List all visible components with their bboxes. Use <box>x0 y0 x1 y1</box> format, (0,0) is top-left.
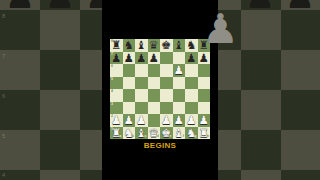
square-h6[interactable] <box>198 64 211 77</box>
square-f1[interactable]: f♝ <box>173 127 186 140</box>
square-d4[interactable] <box>148 89 161 102</box>
black-queen-piece[interactable]: ♛ <box>148 39 161 52</box>
black-bishop-piece[interactable]: ♝ <box>173 39 186 52</box>
white-pawn-piece[interactable]: ♟ <box>135 114 148 127</box>
background-rank-label: 7 <box>2 53 5 59</box>
square-g1[interactable]: g♞ <box>185 127 198 140</box>
square-a2[interactable]: 2♟ <box>110 114 123 127</box>
black-pawn-piece[interactable]: ♟ <box>198 52 211 65</box>
rank-label: 1 <box>111 128 113 132</box>
square-e7[interactable] <box>160 52 173 65</box>
square-f8[interactable]: ♝ <box>173 39 186 52</box>
black-king-piece[interactable]: ♚ <box>160 39 173 52</box>
square-d3[interactable] <box>148 102 161 115</box>
background-pawn-icon: ♟ <box>280 0 320 13</box>
white-pawn-piece[interactable]: ♟ <box>160 114 173 127</box>
black-bishop-piece[interactable]: ♝ <box>135 39 148 52</box>
square-c5[interactable] <box>135 77 148 90</box>
square-h1[interactable]: h♜ <box>198 127 211 140</box>
square-d2[interactable] <box>148 114 161 127</box>
square-d5[interactable] <box>148 77 161 90</box>
square-f6[interactable]: ♟ <box>173 64 186 77</box>
square-b6[interactable] <box>123 64 136 77</box>
rank-label: 2 <box>111 115 113 119</box>
white-pawn-piece[interactable]: ♟ <box>185 114 198 127</box>
file-label: d <box>157 135 159 139</box>
background-pawn-icon: ♟ <box>0 0 40 13</box>
file-label: f <box>183 135 184 139</box>
rank-label: 7 <box>111 53 113 57</box>
square-h7[interactable]: ♟ <box>198 52 211 65</box>
background-pawn-icon: ♟ <box>40 0 80 13</box>
file-label: e <box>170 135 172 139</box>
square-c7[interactable]: ♟ <box>135 52 148 65</box>
black-pawn-piece[interactable]: ♟ <box>185 52 198 65</box>
square-a5[interactable]: 5 <box>110 77 123 90</box>
square-a8[interactable]: 8♜ <box>110 39 123 52</box>
square-f2[interactable]: ♟ <box>173 114 186 127</box>
square-g6[interactable] <box>185 64 198 77</box>
square-e1[interactable]: e♚ <box>160 127 173 140</box>
file-label: h <box>207 135 209 139</box>
black-pawn-piece[interactable]: ♟ <box>123 52 136 65</box>
square-b1[interactable]: b♞ <box>123 127 136 140</box>
square-d6[interactable] <box>148 64 161 77</box>
background-rank-label: 5 <box>2 133 5 139</box>
square-b8[interactable]: ♞ <box>123 39 136 52</box>
square-d1[interactable]: d♛ <box>148 127 161 140</box>
file-label: a <box>120 135 122 139</box>
rank-label: 5 <box>111 78 113 82</box>
white-pawn-piece[interactable]: ♟ <box>173 114 186 127</box>
square-e6[interactable] <box>160 64 173 77</box>
square-b5[interactable] <box>123 77 136 90</box>
video-frame: 8 7 6 5 4 ♟ ♟ ♟ ♟ ♟ ♟ 8♜♞♝♛♚♝♞♜7♟♟♟♟♟♟6♟… <box>0 0 320 180</box>
square-e2[interactable]: ♟ <box>160 114 173 127</box>
rank-label: 3 <box>111 103 113 107</box>
square-a6[interactable]: 6 <box>110 64 123 77</box>
background-pawn-icon: ♟ <box>240 0 280 13</box>
chess-board: 8♜♞♝♛♚♝♞♜7♟♟♟♟♟♟6♟5432♟♟♟♟♟♟♟1a♜b♞c♝d♛e♚… <box>110 39 210 139</box>
square-g4[interactable] <box>185 89 198 102</box>
square-h4[interactable] <box>198 89 211 102</box>
square-g8[interactable]: ♞ <box>185 39 198 52</box>
square-d7[interactable]: ♟ <box>148 52 161 65</box>
background-rank-label: 4 <box>2 172 5 178</box>
square-h5[interactable] <box>198 77 211 90</box>
square-f4[interactable] <box>173 89 186 102</box>
file-label: b <box>132 135 134 139</box>
square-g5[interactable] <box>185 77 198 90</box>
square-b7[interactable]: ♟ <box>123 52 136 65</box>
square-a1[interactable]: 1a♜ <box>110 127 123 140</box>
white-pawn-piece[interactable]: ♟ <box>198 114 211 127</box>
black-knight-piece[interactable]: ♞ <box>123 39 136 52</box>
rank-label: 8 <box>111 40 113 44</box>
square-b2[interactable]: ♟ <box>123 114 136 127</box>
background-board-left <box>0 0 102 180</box>
square-g2[interactable]: ♟ <box>185 114 198 127</box>
large-pawn-icon: ♟ <box>202 6 236 52</box>
square-e5[interactable] <box>160 77 173 90</box>
file-label: g <box>194 135 196 139</box>
white-pawn-piece[interactable]: ♟ <box>123 114 136 127</box>
square-c1[interactable]: c♝ <box>135 127 148 140</box>
black-knight-piece[interactable]: ♞ <box>185 39 198 52</box>
square-e8[interactable]: ♚ <box>160 39 173 52</box>
rank-label: 6 <box>111 65 113 69</box>
square-c4[interactable] <box>135 89 148 102</box>
background-rank-label: 6 <box>2 93 5 99</box>
square-c6[interactable] <box>135 64 148 77</box>
white-pawn-piece[interactable]: ♟ <box>173 64 186 77</box>
caption-text: BEGINS <box>102 141 218 150</box>
square-c2[interactable]: ♟ <box>135 114 148 127</box>
square-f5[interactable] <box>173 77 186 90</box>
square-a7[interactable]: 7♟ <box>110 52 123 65</box>
square-b4[interactable] <box>123 89 136 102</box>
square-h2[interactable]: ♟ <box>198 114 211 127</box>
file-label: c <box>145 135 147 139</box>
square-d8[interactable]: ♛ <box>148 39 161 52</box>
square-g7[interactable]: ♟ <box>185 52 198 65</box>
square-c8[interactable]: ♝ <box>135 39 148 52</box>
rank-label: 4 <box>111 90 113 94</box>
black-pawn-piece[interactable]: ♟ <box>148 52 161 65</box>
black-pawn-piece[interactable]: ♟ <box>135 52 148 65</box>
square-a4[interactable]: 4 <box>110 89 123 102</box>
square-e4[interactable] <box>160 89 173 102</box>
